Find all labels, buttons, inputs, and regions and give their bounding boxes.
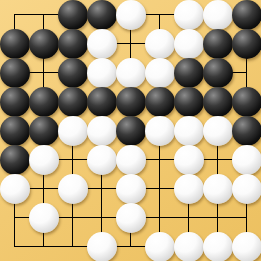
intersection-r6c2[interactable] bbox=[29, 145, 58, 174]
black-stone bbox=[0, 87, 30, 117]
grid-vline bbox=[130, 232, 131, 247]
intersection-r9c9[interactable] bbox=[232, 232, 261, 261]
intersection-r8c9[interactable] bbox=[232, 203, 261, 232]
white-stone bbox=[29, 145, 59, 175]
intersection-r7c7[interactable] bbox=[174, 174, 203, 203]
intersection-r7c8[interactable] bbox=[203, 174, 232, 203]
grid-vline bbox=[14, 14, 15, 29]
grid-vline bbox=[43, 232, 44, 247]
intersection-r3c6[interactable] bbox=[145, 58, 174, 87]
white-stone bbox=[116, 145, 146, 175]
intersection-r2c5[interactable] bbox=[116, 29, 145, 58]
grid-vline bbox=[101, 174, 102, 203]
white-stone bbox=[174, 116, 204, 146]
intersection-r7c4[interactable] bbox=[87, 174, 116, 203]
intersection-r6c7[interactable] bbox=[174, 145, 203, 174]
white-stone bbox=[145, 232, 175, 261]
intersection-r1c4[interactable] bbox=[87, 0, 116, 29]
intersection-r2c3[interactable] bbox=[58, 29, 87, 58]
intersection-r9c1[interactable] bbox=[0, 232, 29, 261]
white-stone bbox=[174, 29, 204, 59]
grid-vline bbox=[101, 203, 102, 232]
intersection-r8c5[interactable] bbox=[116, 203, 145, 232]
intersection-r1c6[interactable] bbox=[145, 0, 174, 29]
intersection-r9c8[interactable] bbox=[203, 232, 232, 261]
intersection-r8c8[interactable] bbox=[203, 203, 232, 232]
intersection-r6c8[interactable] bbox=[203, 145, 232, 174]
intersection-r9c3[interactable] bbox=[58, 232, 87, 261]
white-stone bbox=[116, 203, 146, 233]
intersection-r8c7[interactable] bbox=[174, 203, 203, 232]
intersection-r6c3[interactable] bbox=[58, 145, 87, 174]
black-stone bbox=[232, 29, 262, 59]
white-stone bbox=[29, 203, 59, 233]
intersection-r5c4[interactable] bbox=[87, 116, 116, 145]
black-stone bbox=[232, 87, 262, 117]
white-stone bbox=[116, 0, 146, 30]
white-stone bbox=[203, 174, 233, 204]
intersection-r4c7[interactable] bbox=[174, 87, 203, 116]
intersection-r3c2[interactable] bbox=[29, 58, 58, 87]
intersection-r4c6[interactable] bbox=[145, 87, 174, 116]
white-stone bbox=[87, 145, 117, 175]
white-stone bbox=[203, 0, 233, 30]
black-stone bbox=[232, 0, 262, 30]
white-stone bbox=[203, 232, 233, 261]
grid-vline bbox=[130, 29, 131, 58]
grid-vline bbox=[14, 203, 15, 232]
grid-vline bbox=[217, 145, 218, 174]
intersection-r4c9[interactable] bbox=[232, 87, 261, 116]
black-stone bbox=[58, 58, 88, 88]
white-stone bbox=[58, 174, 88, 204]
intersection-r7c6[interactable] bbox=[145, 174, 174, 203]
grid-vline bbox=[188, 203, 189, 232]
white-stone bbox=[87, 116, 117, 146]
black-stone bbox=[174, 58, 204, 88]
white-stone bbox=[145, 58, 175, 88]
grid-hline bbox=[14, 246, 29, 247]
intersection-r8c3[interactable] bbox=[58, 203, 87, 232]
intersection-r6c9[interactable] bbox=[232, 145, 261, 174]
white-stone bbox=[87, 58, 117, 88]
black-stone bbox=[145, 87, 175, 117]
white-stone bbox=[232, 174, 262, 204]
grid-vline bbox=[72, 145, 73, 174]
black-stone bbox=[203, 87, 233, 117]
black-stone bbox=[58, 87, 88, 117]
intersection-r1c5[interactable] bbox=[116, 0, 145, 29]
black-stone bbox=[0, 58, 30, 88]
black-stone bbox=[174, 87, 204, 117]
black-stone bbox=[0, 145, 30, 175]
intersection-r2c9[interactable] bbox=[232, 29, 261, 58]
intersection-r4c3[interactable] bbox=[58, 87, 87, 116]
intersection-r5c8[interactable] bbox=[203, 116, 232, 145]
intersection-r2c1[interactable] bbox=[0, 29, 29, 58]
white-stone bbox=[87, 232, 117, 261]
grid-vline bbox=[43, 174, 44, 203]
intersection-r9c7[interactable] bbox=[174, 232, 203, 261]
white-stone bbox=[145, 116, 175, 146]
intersection-r7c5[interactable] bbox=[116, 174, 145, 203]
intersection-r1c8[interactable] bbox=[203, 0, 232, 29]
grid-vline bbox=[217, 203, 218, 232]
intersection-r5c9[interactable] bbox=[232, 116, 261, 145]
intersection-r1c7[interactable] bbox=[174, 0, 203, 29]
intersection-r7c2[interactable] bbox=[29, 174, 58, 203]
white-stone bbox=[174, 0, 204, 30]
white-stone bbox=[174, 232, 204, 261]
intersection-r9c2[interactable] bbox=[29, 232, 58, 261]
intersection-r5c1[interactable] bbox=[0, 116, 29, 145]
intersection-r6c5[interactable] bbox=[116, 145, 145, 174]
white-stone bbox=[116, 174, 146, 204]
intersection-r4c2[interactable] bbox=[29, 87, 58, 116]
black-stone bbox=[232, 116, 262, 146]
white-stone bbox=[232, 232, 262, 261]
grid-vline bbox=[159, 203, 160, 232]
grid-vline bbox=[43, 14, 44, 29]
grid-hline bbox=[232, 217, 247, 218]
intersection-r8c4[interactable] bbox=[87, 203, 116, 232]
black-stone bbox=[29, 116, 59, 146]
black-stone bbox=[116, 116, 146, 146]
grid-vline bbox=[72, 203, 73, 232]
grid-hline bbox=[14, 14, 29, 15]
intersection-r3c1[interactable] bbox=[0, 58, 29, 87]
white-stone bbox=[0, 174, 30, 204]
intersection-r3c7[interactable] bbox=[174, 58, 203, 87]
intersection-r2c6[interactable] bbox=[145, 29, 174, 58]
intersection-r4c5[interactable] bbox=[116, 87, 145, 116]
intersection-r9c5[interactable] bbox=[116, 232, 145, 261]
intersection-r1c9[interactable] bbox=[232, 0, 261, 29]
grid-vline bbox=[246, 203, 247, 232]
black-stone bbox=[58, 29, 88, 59]
grid-vline bbox=[14, 232, 15, 247]
intersection-r5c3[interactable] bbox=[58, 116, 87, 145]
intersection-r7c3[interactable] bbox=[58, 174, 87, 203]
black-stone bbox=[87, 0, 117, 30]
black-stone bbox=[0, 29, 30, 59]
white-stone bbox=[203, 116, 233, 146]
grid-hline bbox=[232, 72, 247, 73]
intersection-r4c1[interactable] bbox=[0, 87, 29, 116]
black-stone bbox=[29, 29, 59, 59]
intersection-r5c7[interactable] bbox=[174, 116, 203, 145]
white-stone bbox=[174, 145, 204, 175]
intersection-r7c9[interactable] bbox=[232, 174, 261, 203]
intersection-r1c2[interactable] bbox=[29, 0, 58, 29]
grid-vline bbox=[159, 174, 160, 203]
black-stone bbox=[58, 0, 88, 30]
black-stone bbox=[0, 116, 30, 146]
intersection-r5c6[interactable] bbox=[145, 116, 174, 145]
intersection-r1c1[interactable] bbox=[0, 0, 29, 29]
black-stone bbox=[116, 87, 146, 117]
intersection-r8c1[interactable] bbox=[0, 203, 29, 232]
black-stone bbox=[203, 58, 233, 88]
grid-vline bbox=[159, 145, 160, 174]
intersection-r9c6[interactable] bbox=[145, 232, 174, 261]
intersection-r3c8[interactable] bbox=[203, 58, 232, 87]
intersection-r3c4[interactable] bbox=[87, 58, 116, 87]
intersection-r2c4[interactable] bbox=[87, 29, 116, 58]
white-stone bbox=[87, 29, 117, 59]
black-stone bbox=[87, 87, 117, 117]
intersection-r5c5[interactable] bbox=[116, 116, 145, 145]
go-board bbox=[0, 0, 261, 261]
white-stone bbox=[116, 58, 146, 88]
white-stone bbox=[58, 116, 88, 146]
black-stone bbox=[29, 87, 59, 117]
intersection-r2c8[interactable] bbox=[203, 29, 232, 58]
white-stone bbox=[232, 145, 262, 175]
intersection-r8c2[interactable] bbox=[29, 203, 58, 232]
white-stone bbox=[145, 29, 175, 59]
intersection-r8c6[interactable] bbox=[145, 203, 174, 232]
intersection-r2c2[interactable] bbox=[29, 29, 58, 58]
intersection-r3c5[interactable] bbox=[116, 58, 145, 87]
intersection-r7c1[interactable] bbox=[0, 174, 29, 203]
intersection-r6c4[interactable] bbox=[87, 145, 116, 174]
intersection-r2c7[interactable] bbox=[174, 29, 203, 58]
grid-vline bbox=[43, 58, 44, 87]
intersection-r6c6[interactable] bbox=[145, 145, 174, 174]
intersection-r6c1[interactable] bbox=[0, 145, 29, 174]
intersection-r4c8[interactable] bbox=[203, 87, 232, 116]
intersection-r1c3[interactable] bbox=[58, 0, 87, 29]
grid-vline bbox=[246, 58, 247, 87]
intersection-r4c4[interactable] bbox=[87, 87, 116, 116]
white-stone bbox=[174, 174, 204, 204]
intersection-r3c9[interactable] bbox=[232, 58, 261, 87]
intersection-r5c2[interactable] bbox=[29, 116, 58, 145]
grid-vline bbox=[159, 14, 160, 29]
intersection-r9c4[interactable] bbox=[87, 232, 116, 261]
grid-vline bbox=[72, 232, 73, 247]
intersection-r3c3[interactable] bbox=[58, 58, 87, 87]
black-stone bbox=[203, 29, 233, 59]
grid-hline bbox=[14, 217, 29, 218]
